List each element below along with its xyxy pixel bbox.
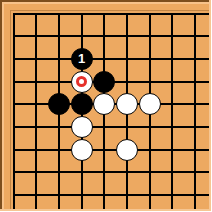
stone-white xyxy=(116,93,138,115)
grid-line-horizontal xyxy=(13,13,212,15)
stone-white xyxy=(139,93,161,115)
grid-line-horizontal xyxy=(13,126,212,128)
grid-line-vertical xyxy=(171,13,173,212)
grid-line-horizontal xyxy=(13,149,212,151)
go-corner-diagram: 1 xyxy=(0,0,211,211)
stone-white xyxy=(116,139,138,161)
stone-white xyxy=(71,139,93,161)
circle-marker-icon xyxy=(76,76,87,87)
grid-line-horizontal xyxy=(13,171,212,173)
grid-line-vertical xyxy=(13,13,15,212)
board-frame-right-edge xyxy=(209,0,211,211)
stone-white xyxy=(71,116,93,138)
grid-line-horizontal xyxy=(13,194,212,196)
stone-black xyxy=(71,93,93,115)
board-frame-left-highlight xyxy=(2,2,4,211)
stone-white-marked xyxy=(71,71,93,93)
grid-line-horizontal xyxy=(13,35,212,37)
stone-white xyxy=(93,93,115,115)
board-frame-top-highlight xyxy=(2,2,211,4)
grid-line-vertical xyxy=(194,13,196,212)
grid-line-vertical xyxy=(35,13,37,212)
stone-black xyxy=(93,71,115,93)
board-frame-left-shade xyxy=(10,10,11,211)
stone-black xyxy=(48,93,70,115)
board-frame-top-shade xyxy=(10,10,211,11)
grid-line-horizontal xyxy=(13,58,212,60)
board-frame-bottom-edge xyxy=(0,209,211,211)
move-number-label: 1 xyxy=(78,52,85,65)
stone-black-move-1: 1 xyxy=(71,48,93,70)
